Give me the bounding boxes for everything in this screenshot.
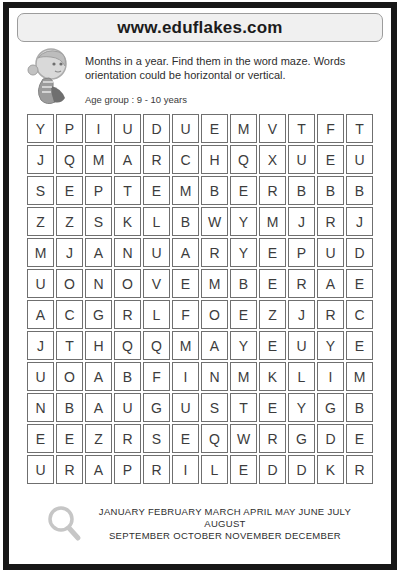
grid-cell: X xyxy=(259,145,286,174)
grid-cell: Z xyxy=(85,424,112,453)
grid-cell: E xyxy=(56,176,83,205)
grid-cell: T xyxy=(114,176,141,205)
grid-cell: G xyxy=(288,424,315,453)
grid-cell: B xyxy=(230,269,257,298)
mascot-icon xyxy=(21,46,77,108)
grid-cell: U xyxy=(27,362,54,391)
grid-cell: B xyxy=(172,207,199,236)
grid-cell: A xyxy=(85,238,112,267)
grid-cell: E xyxy=(346,424,373,453)
grid-cell: D xyxy=(143,114,170,143)
grid-cell: K xyxy=(259,362,286,391)
grid-cell: D xyxy=(346,238,373,267)
word-list: JANUARY FEBRUARY MARCH APRIL MAY JUNE JU… xyxy=(87,506,391,542)
grid-cell: M xyxy=(230,114,257,143)
grid-cell: E xyxy=(230,176,257,205)
grid-cell: L xyxy=(143,300,170,329)
grid-cell: R xyxy=(288,269,315,298)
word-list-line2: SEPTEMBER OCTOBER NOVEMBER DECEMBER xyxy=(87,530,363,542)
grid-cell: E xyxy=(259,238,286,267)
grid-cell: U xyxy=(288,145,315,174)
grid-cell: N xyxy=(27,393,54,422)
grid-cell: V xyxy=(259,114,286,143)
grid-cell: U xyxy=(114,393,141,422)
grid-cell: B xyxy=(317,176,344,205)
site-title: www.eduflakes.com xyxy=(117,18,282,38)
grid-cell: R xyxy=(201,238,228,267)
grid-cell: A xyxy=(317,269,344,298)
grid-cell: Y xyxy=(230,331,257,360)
grid-cell: K xyxy=(317,455,344,484)
grid-cell: M xyxy=(259,207,286,236)
grid-cell: S xyxy=(143,424,170,453)
grid-cell: J xyxy=(288,300,315,329)
grid-cell: U xyxy=(288,331,315,360)
grid-cell: M xyxy=(172,176,199,205)
grid-cell: W xyxy=(201,207,228,236)
grid-cell: K xyxy=(114,207,141,236)
grid-cell: H xyxy=(201,145,228,174)
grid-cell: N xyxy=(85,269,112,298)
grid-cell: Z xyxy=(27,207,54,236)
grid-cell: O xyxy=(56,362,83,391)
age-group-label: Age group : 9 - 10 years xyxy=(85,94,345,105)
grid-cell: C xyxy=(346,300,373,329)
grid-cell: J xyxy=(346,207,373,236)
grid-cell: Q xyxy=(143,331,170,360)
grid-cell: R xyxy=(259,176,286,205)
word-list-section: JANUARY FEBRUARY MARCH APRIL MAY JUNE JU… xyxy=(9,498,391,550)
grid-cell: E xyxy=(259,269,286,298)
grid-cell: H xyxy=(85,331,112,360)
grid-cell: E xyxy=(346,269,373,298)
grid-cell: M xyxy=(85,145,112,174)
grid-cell: R xyxy=(317,207,344,236)
grid-cell: E xyxy=(259,331,286,360)
grid-cell: L xyxy=(143,207,170,236)
site-header: www.eduflakes.com xyxy=(17,13,383,42)
grid-cell: Y xyxy=(27,114,54,143)
grid-cell: E xyxy=(27,424,54,453)
grid-cell: D xyxy=(317,424,344,453)
grid-cell: M xyxy=(230,362,257,391)
grid-cell: U xyxy=(317,238,344,267)
grid-cell: E xyxy=(172,269,199,298)
grid-cell: B xyxy=(346,393,373,422)
grid-cell: J xyxy=(27,145,54,174)
grid-cell: F xyxy=(143,362,170,391)
grid-cell: I xyxy=(172,362,199,391)
grid-cell: A xyxy=(201,331,228,360)
grid-cell: E xyxy=(201,114,228,143)
grid-cell: A xyxy=(172,238,199,267)
grid-cell: C xyxy=(56,300,83,329)
grid-cell: T xyxy=(56,331,83,360)
grid-cell: E xyxy=(56,424,83,453)
grid-cell: F xyxy=(172,300,199,329)
intro-text: Months in a year. Find them in the word … xyxy=(77,46,345,108)
grid-cell: Z xyxy=(56,207,83,236)
grid-cell: T xyxy=(288,114,315,143)
grid-cell: J xyxy=(56,238,83,267)
grid-cell: S xyxy=(85,207,112,236)
grid-cell: Y xyxy=(230,238,257,267)
grid-cell: C xyxy=(172,145,199,174)
grid-cell: U xyxy=(114,114,141,143)
grid-cell: U xyxy=(346,145,373,174)
grid-cell: A xyxy=(27,300,54,329)
grid-cell: U xyxy=(172,114,199,143)
grid-cell: L xyxy=(201,455,228,484)
grid-cell: U xyxy=(27,269,54,298)
grid-cell: A xyxy=(85,393,112,422)
grid-cell: J xyxy=(27,331,54,360)
grid-cell: N xyxy=(201,362,228,391)
intro-section: Months in a year. Find them in the word … xyxy=(21,46,381,108)
grid-cell: E xyxy=(230,300,257,329)
magnifier-icon xyxy=(43,502,87,546)
grid-cell: O xyxy=(114,269,141,298)
grid-cell: E xyxy=(259,393,286,422)
grid-cell: R xyxy=(346,455,373,484)
grid-cell: J xyxy=(288,207,315,236)
grid-cell: G xyxy=(317,393,344,422)
word-search-grid: YPIUDUEMVTFTJQMARCHQXUEUSEPTEMBERBBBZZSK… xyxy=(27,114,373,484)
grid-cell: B xyxy=(114,362,141,391)
grid-cell: R xyxy=(114,424,141,453)
grid-cell: B xyxy=(346,176,373,205)
grid-cell: W xyxy=(230,424,257,453)
grid-cell: Y xyxy=(317,331,344,360)
word-list-line1: JANUARY FEBRUARY MARCH APRIL MAY JUNE JU… xyxy=(87,506,363,530)
worksheet-frame: www.eduflakes.com Months in a year. Find… xyxy=(3,2,397,570)
grid-cell: B xyxy=(56,393,83,422)
grid-cell: R xyxy=(114,300,141,329)
grid-cell: L xyxy=(288,362,315,391)
grid-cell: Y xyxy=(230,207,257,236)
grid-cell: P xyxy=(56,114,83,143)
grid-cell: U xyxy=(143,238,170,267)
grid-cell: Q xyxy=(56,145,83,174)
grid-cell: A xyxy=(85,362,112,391)
grid-cell: R xyxy=(56,455,83,484)
grid-cell: E xyxy=(143,176,170,205)
grid-cell: P xyxy=(114,455,141,484)
grid-cell: Q xyxy=(230,145,257,174)
grid-cell: F xyxy=(317,114,344,143)
grid-cell: I xyxy=(85,114,112,143)
grid-cell: R xyxy=(143,145,170,174)
grid-cell: I xyxy=(172,455,199,484)
grid-cell: T xyxy=(230,393,257,422)
grid-cell: U xyxy=(27,455,54,484)
grid-cell: R xyxy=(259,424,286,453)
grid-cell: E xyxy=(230,455,257,484)
grid-cell: E xyxy=(172,424,199,453)
instruction-line1: Months in a year. Find them in the word … xyxy=(85,54,345,68)
grid-cell: E xyxy=(317,145,344,174)
grid-cell: G xyxy=(85,300,112,329)
grid-cell: A xyxy=(114,145,141,174)
grid-cell: I xyxy=(317,362,344,391)
grid-cell: B xyxy=(288,176,315,205)
grid-cell: B xyxy=(201,176,228,205)
grid-cell: R xyxy=(143,455,170,484)
grid-cell: N xyxy=(114,238,141,267)
grid-cell: Q xyxy=(201,424,228,453)
grid-cell: P xyxy=(85,176,112,205)
grid-cell: S xyxy=(27,176,54,205)
grid-cell: T xyxy=(346,114,373,143)
grid-cell: U xyxy=(172,393,199,422)
grid-section: YPIUDUEMVTFTJQMARCHQXUEUSEPTEMBERBBBZZSK… xyxy=(9,114,391,484)
grid-cell: Q xyxy=(114,331,141,360)
grid-cell: M xyxy=(346,362,373,391)
grid-cell: A xyxy=(85,455,112,484)
grid-cell: Y xyxy=(288,393,315,422)
grid-cell: D xyxy=(259,455,286,484)
grid-cell: R xyxy=(317,300,344,329)
grid-cell: O xyxy=(56,269,83,298)
instruction-line2: orientation could be horizontal or verti… xyxy=(85,68,345,82)
grid-cell: M xyxy=(172,331,199,360)
grid-cell: O xyxy=(201,300,228,329)
grid-cell: M xyxy=(27,238,54,267)
grid-cell: V xyxy=(143,269,170,298)
grid-cell: S xyxy=(201,393,228,422)
grid-cell: E xyxy=(346,331,373,360)
grid-cell: D xyxy=(288,455,315,484)
grid-cell: M xyxy=(201,269,228,298)
grid-cell: G xyxy=(143,393,170,422)
grid-cell: Z xyxy=(259,300,286,329)
grid-cell: P xyxy=(288,238,315,267)
